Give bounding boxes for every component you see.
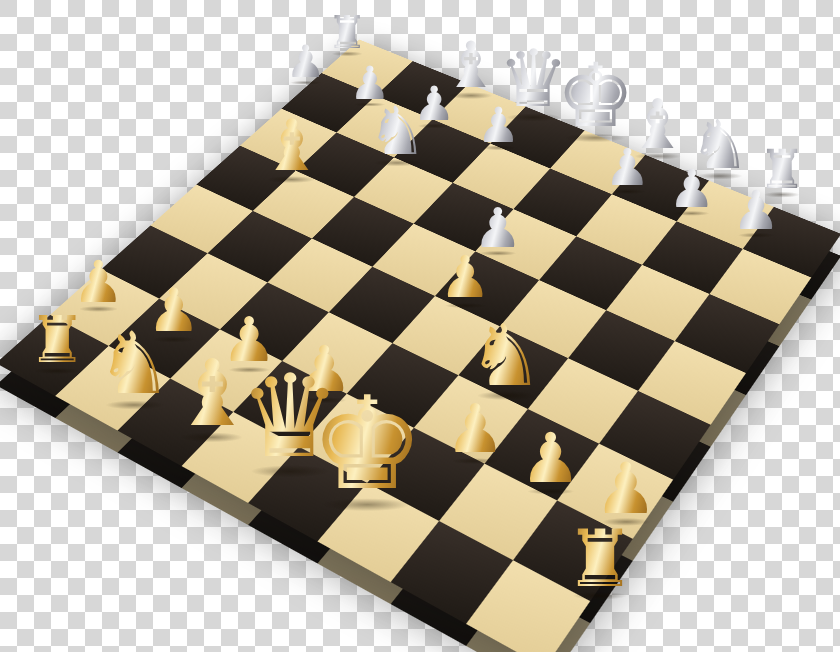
- chess-set-photo: ♜♝♛♚♝♞♜♟♟♟♟♟♟♟♞♟♝♟♞♟♟♟♟♟♟♟♜♞♝♛♚♜: [0, 0, 840, 652]
- chessboard: [0, 39, 840, 652]
- chess-piece-silver-n: ♞: [690, 111, 751, 179]
- chessboard-grid: [0, 39, 840, 652]
- chess-piece-silver-b: ♝: [627, 90, 688, 159]
- chess-piece-silver-r: ♜: [758, 143, 806, 197]
